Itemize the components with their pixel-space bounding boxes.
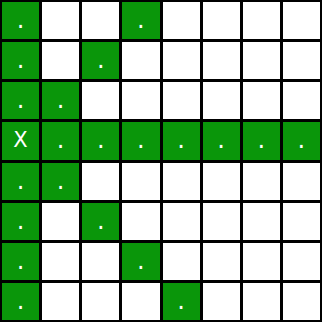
reachable-cell-r3-c3[interactable]: . <box>122 122 159 159</box>
empty-cell-r2-c7[interactable] <box>283 82 320 119</box>
reachable-cell-r3-c1[interactable]: . <box>42 122 79 159</box>
reachable-cell-r3-c7[interactable]: . <box>283 122 320 159</box>
empty-cell-r0-c2[interactable] <box>82 2 119 39</box>
empty-cell-r6-c5[interactable] <box>203 243 240 280</box>
empty-cell-r7-c5[interactable] <box>203 283 240 320</box>
reachable-cell-r6-c3[interactable]: . <box>122 243 159 280</box>
empty-cell-r6-c2[interactable] <box>82 243 119 280</box>
empty-cell-r4-c4[interactable] <box>163 163 200 200</box>
empty-cell-r0-c7[interactable] <box>283 2 320 39</box>
reachable-cell-r6-c0[interactable]: . <box>2 243 39 280</box>
reachable-cell-r7-c4[interactable]: . <box>163 283 200 320</box>
empty-cell-r0-c6[interactable] <box>243 2 280 39</box>
empty-cell-r1-c1[interactable] <box>42 42 79 79</box>
reachable-cell-r5-c0[interactable]: . <box>2 203 39 240</box>
empty-cell-r2-c3[interactable] <box>122 82 159 119</box>
empty-cell-r2-c5[interactable] <box>203 82 240 119</box>
empty-cell-r6-c4[interactable] <box>163 243 200 280</box>
board-grid: ......X............... <box>0 0 322 322</box>
empty-cell-r2-c2[interactable] <box>82 82 119 119</box>
empty-cell-r2-c4[interactable] <box>163 82 200 119</box>
empty-cell-r2-c6[interactable] <box>243 82 280 119</box>
reachable-cell-r1-c2[interactable]: . <box>82 42 119 79</box>
empty-cell-r1-c6[interactable] <box>243 42 280 79</box>
empty-cell-r6-c6[interactable] <box>243 243 280 280</box>
empty-cell-r0-c1[interactable] <box>42 2 79 39</box>
reachable-cell-r3-c2[interactable]: . <box>82 122 119 159</box>
empty-cell-r7-c6[interactable] <box>243 283 280 320</box>
empty-cell-r1-c5[interactable] <box>203 42 240 79</box>
empty-cell-r7-c1[interactable] <box>42 283 79 320</box>
empty-cell-r0-c5[interactable] <box>203 2 240 39</box>
empty-cell-r1-c3[interactable] <box>122 42 159 79</box>
empty-cell-r1-c4[interactable] <box>163 42 200 79</box>
empty-cell-r4-c2[interactable] <box>82 163 119 200</box>
reachable-cell-r0-c0[interactable]: . <box>2 2 39 39</box>
empty-cell-r5-c7[interactable] <box>283 203 320 240</box>
empty-cell-r7-c3[interactable] <box>122 283 159 320</box>
reachable-cell-r4-c1[interactable]: . <box>42 163 79 200</box>
reachable-cell-r4-c0[interactable]: . <box>2 163 39 200</box>
empty-cell-r5-c4[interactable] <box>163 203 200 240</box>
empty-cell-r0-c4[interactable] <box>163 2 200 39</box>
empty-cell-r4-c5[interactable] <box>203 163 240 200</box>
empty-cell-r4-c6[interactable] <box>243 163 280 200</box>
empty-cell-r1-c7[interactable] <box>283 42 320 79</box>
reachable-cell-r5-c2[interactable]: . <box>82 203 119 240</box>
board-diagram: ......X............... <box>0 0 322 322</box>
piece-cell-r3-c0[interactable]: X <box>2 122 39 159</box>
reachable-cell-r7-c0[interactable]: . <box>2 283 39 320</box>
reachable-cell-r1-c0[interactable]: . <box>2 42 39 79</box>
empty-cell-r6-c1[interactable] <box>42 243 79 280</box>
reachable-cell-r3-c5[interactable]: . <box>203 122 240 159</box>
empty-cell-r7-c2[interactable] <box>82 283 119 320</box>
reachable-cell-r3-c6[interactable]: . <box>243 122 280 159</box>
empty-cell-r4-c7[interactable] <box>283 163 320 200</box>
reachable-cell-r0-c3[interactable]: . <box>122 2 159 39</box>
reachable-cell-r3-c4[interactable]: . <box>163 122 200 159</box>
empty-cell-r5-c6[interactable] <box>243 203 280 240</box>
empty-cell-r7-c7[interactable] <box>283 283 320 320</box>
empty-cell-r5-c5[interactable] <box>203 203 240 240</box>
empty-cell-r5-c1[interactable] <box>42 203 79 240</box>
empty-cell-r5-c3[interactable] <box>122 203 159 240</box>
reachable-cell-r2-c1[interactable]: . <box>42 82 79 119</box>
empty-cell-r6-c7[interactable] <box>283 243 320 280</box>
reachable-cell-r2-c0[interactable]: . <box>2 82 39 119</box>
empty-cell-r4-c3[interactable] <box>122 163 159 200</box>
